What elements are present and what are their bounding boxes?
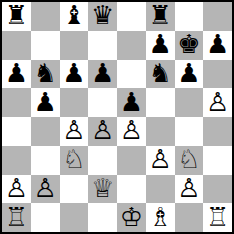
square-d3[interactable] [88, 146, 117, 175]
square-g8[interactable] [175, 2, 204, 31]
square-a6[interactable]: ♟ [2, 60, 31, 89]
piece-white-rook: ♖ [206, 204, 229, 230]
piece-white-queen: ♕ [91, 175, 114, 201]
chess-board-frame: ♜♝♛♜♟♚♟♟♞♟♟♞♟♟♟♙♙♙♙♘♙♘♙♙♕♙♖♔♗♖ [0, 0, 234, 234]
square-e8[interactable] [117, 2, 146, 31]
piece-white-knight: ♘ [62, 146, 85, 172]
square-f4[interactable] [146, 117, 175, 146]
piece-white-pawn: ♙ [120, 117, 143, 143]
square-e2[interactable] [117, 175, 146, 204]
square-h2[interactable] [203, 175, 232, 204]
square-h3[interactable] [203, 146, 232, 175]
square-f6[interactable]: ♞ [146, 60, 175, 89]
piece-black-pawn: ♟ [177, 60, 200, 86]
square-e4[interactable]: ♙ [117, 117, 146, 146]
square-h8[interactable] [203, 2, 232, 31]
square-e1[interactable]: ♔ [117, 203, 146, 232]
square-g4[interactable] [175, 117, 204, 146]
piece-black-rook: ♜ [148, 2, 171, 28]
piece-white-pawn: ♙ [33, 175, 56, 201]
square-h7[interactable]: ♟ [203, 31, 232, 60]
square-h1[interactable]: ♖ [203, 203, 232, 232]
square-d5[interactable] [88, 88, 117, 117]
square-d1[interactable] [88, 203, 117, 232]
square-a2[interactable]: ♙ [2, 175, 31, 204]
piece-white-bishop: ♗ [148, 204, 171, 230]
square-f3[interactable]: ♙ [146, 146, 175, 175]
piece-white-pawn: ♙ [148, 146, 171, 172]
square-c5[interactable] [60, 88, 89, 117]
square-f8[interactable]: ♜ [146, 2, 175, 31]
piece-black-rook: ♜ [5, 2, 28, 28]
square-c6[interactable]: ♟ [60, 60, 89, 89]
piece-black-pawn: ♟ [5, 60, 28, 86]
square-b7[interactable] [31, 31, 60, 60]
square-b6[interactable]: ♞ [31, 60, 60, 89]
square-g2[interactable]: ♙ [175, 175, 204, 204]
square-a5[interactable] [2, 88, 31, 117]
square-g3[interactable]: ♘ [175, 146, 204, 175]
square-g1[interactable] [175, 203, 204, 232]
square-a8[interactable]: ♜ [2, 2, 31, 31]
piece-black-knight: ♞ [33, 60, 56, 86]
square-d7[interactable] [88, 31, 117, 60]
piece-black-pawn: ♟ [206, 31, 229, 57]
square-d8[interactable]: ♛ [88, 2, 117, 31]
square-c4[interactable]: ♙ [60, 117, 89, 146]
piece-black-knight: ♞ [148, 60, 171, 86]
piece-black-pawn: ♟ [91, 60, 114, 86]
square-h6[interactable] [203, 60, 232, 89]
square-b4[interactable] [31, 117, 60, 146]
piece-white-king: ♔ [120, 204, 143, 230]
square-f5[interactable] [146, 88, 175, 117]
piece-black-pawn: ♟ [148, 31, 171, 57]
piece-black-king: ♚ [177, 31, 200, 57]
piece-white-rook: ♖ [5, 204, 28, 230]
piece-white-pawn: ♙ [206, 89, 229, 115]
square-b8[interactable] [31, 2, 60, 31]
square-c8[interactable]: ♝ [60, 2, 89, 31]
square-e6[interactable] [117, 60, 146, 89]
square-b3[interactable] [31, 146, 60, 175]
square-f7[interactable]: ♟ [146, 31, 175, 60]
piece-black-pawn: ♟ [33, 89, 56, 115]
square-e3[interactable] [117, 146, 146, 175]
square-a3[interactable] [2, 146, 31, 175]
square-f1[interactable]: ♗ [146, 203, 175, 232]
chess-board: ♜♝♛♜♟♚♟♟♞♟♟♞♟♟♟♙♙♙♙♘♙♘♙♙♕♙♖♔♗♖ [2, 2, 232, 232]
square-c3[interactable]: ♘ [60, 146, 89, 175]
square-c2[interactable] [60, 175, 89, 204]
square-c7[interactable] [60, 31, 89, 60]
square-g5[interactable] [175, 88, 204, 117]
piece-black-bishop: ♝ [62, 2, 85, 28]
piece-black-pawn: ♟ [62, 60, 85, 86]
square-b5[interactable]: ♟ [31, 88, 60, 117]
piece-white-pawn: ♙ [62, 117, 85, 143]
square-a4[interactable] [2, 117, 31, 146]
piece-white-pawn: ♙ [91, 117, 114, 143]
piece-white-knight: ♘ [177, 146, 200, 172]
square-a7[interactable] [2, 31, 31, 60]
square-h4[interactable] [203, 117, 232, 146]
square-d6[interactable]: ♟ [88, 60, 117, 89]
piece-black-pawn: ♟ [120, 89, 143, 115]
piece-black-queen: ♛ [91, 2, 114, 28]
square-d2[interactable]: ♕ [88, 175, 117, 204]
square-e5[interactable]: ♟ [117, 88, 146, 117]
square-g7[interactable]: ♚ [175, 31, 204, 60]
square-b2[interactable]: ♙ [31, 175, 60, 204]
square-g6[interactable]: ♟ [175, 60, 204, 89]
square-a1[interactable]: ♖ [2, 203, 31, 232]
square-h5[interactable]: ♙ [203, 88, 232, 117]
square-d4[interactable]: ♙ [88, 117, 117, 146]
square-f2[interactable] [146, 175, 175, 204]
square-b1[interactable] [31, 203, 60, 232]
piece-white-pawn: ♙ [177, 175, 200, 201]
piece-white-pawn: ♙ [5, 175, 28, 201]
square-c1[interactable] [60, 203, 89, 232]
square-e7[interactable] [117, 31, 146, 60]
